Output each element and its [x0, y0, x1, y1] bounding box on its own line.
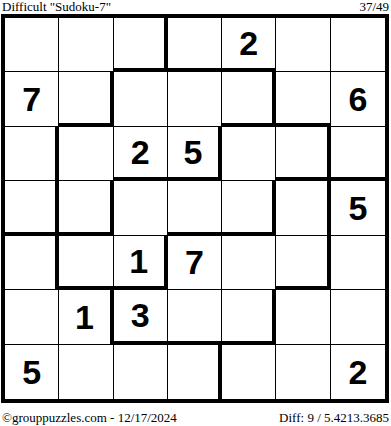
given-digit: 2: [131, 135, 150, 169]
cell-r3c6[interactable]: [276, 127, 330, 181]
cells-remaining-counter: 37/49: [359, 0, 389, 13]
cell-r3c3: 2: [114, 127, 168, 181]
copyright-text: ©grouppuzzles.com - 12/17/2024: [2, 410, 177, 425]
given-digit: 5: [184, 135, 203, 169]
cell-r2c4[interactable]: [168, 72, 222, 126]
cell-r1c3[interactable]: [114, 18, 168, 72]
cell-r2c6[interactable]: [276, 72, 330, 126]
cell-r5c4: 7: [168, 236, 222, 290]
cell-r6c6[interactable]: [276, 290, 330, 344]
cell-r7c1: 5: [5, 345, 59, 399]
cell-r2c5[interactable]: [222, 72, 276, 126]
cell-r3c2[interactable]: [59, 127, 113, 181]
cell-r1c7[interactable]: [331, 18, 385, 72]
puzzle-page: Difficult "Sudoku-7" 37/49 276255171352 …: [0, 0, 391, 426]
cell-r4c7: 5: [331, 181, 385, 235]
given-digit: 5: [22, 355, 41, 389]
given-digit: 1: [129, 244, 148, 278]
cell-r7c5[interactable]: [222, 345, 276, 399]
cell-r3c7[interactable]: [331, 127, 385, 181]
cell-r6c3: 3: [114, 290, 168, 344]
cell-r4c5[interactable]: [222, 181, 276, 235]
cell-r1c5: 2: [222, 18, 276, 72]
cell-r7c4[interactable]: [168, 345, 222, 399]
given-digit: 1: [75, 300, 94, 334]
cell-r1c4[interactable]: [168, 18, 222, 72]
cell-r4c3[interactable]: [114, 181, 168, 235]
given-digit: 3: [131, 298, 150, 332]
difficulty-text: Diff: 9 / 5.4213.3685: [279, 410, 389, 425]
given-digit: 2: [348, 355, 367, 389]
cell-r7c2[interactable]: [59, 345, 113, 399]
cell-r6c4[interactable]: [168, 290, 222, 344]
cell-r6c1[interactable]: [5, 290, 59, 344]
given-digit: 2: [239, 26, 258, 60]
cell-r4c6[interactable]: [276, 181, 330, 235]
given-digit: 6: [348, 82, 367, 116]
cell-r7c7: 2: [331, 345, 385, 399]
cell-r7c3[interactable]: [114, 345, 168, 399]
cell-r7c6[interactable]: [276, 345, 330, 399]
cell-r3c1[interactable]: [5, 127, 59, 181]
given-digit: 5: [348, 191, 367, 225]
cell-r3c5[interactable]: [222, 127, 276, 181]
cell-r3c4: 5: [168, 127, 222, 181]
cell-r5c2[interactable]: [59, 236, 113, 290]
cell-r5c5[interactable]: [222, 236, 276, 290]
cell-r2c1: 7: [5, 72, 59, 126]
cell-r1c1[interactable]: [5, 18, 59, 72]
cell-r5c6[interactable]: [276, 236, 330, 290]
sudoku-grid: 276255171352: [1, 14, 389, 403]
cell-r4c4[interactable]: [168, 181, 222, 235]
cell-r6c7[interactable]: [331, 290, 385, 344]
footer: ©grouppuzzles.com - 12/17/2024 Diff: 9 /…: [2, 410, 389, 425]
given-digit: 7: [22, 82, 41, 116]
cell-r2c7: 6: [331, 72, 385, 126]
header: Difficult "Sudoku-7" 37/49: [2, 0, 389, 13]
cell-r4c2[interactable]: [59, 181, 113, 235]
cell-r1c6[interactable]: [276, 18, 330, 72]
cell-r6c5[interactable]: [222, 290, 276, 344]
given-digit: 7: [185, 245, 204, 279]
cell-r2c2[interactable]: [59, 72, 113, 126]
cell-r1c2[interactable]: [59, 18, 113, 72]
cell-r6c2: 1: [59, 290, 113, 344]
page-title: Difficult "Sudoku-7": [2, 0, 111, 13]
cell-r5c3: 1: [114, 236, 168, 290]
cell-r5c7[interactable]: [331, 236, 385, 290]
cell-r5c1[interactable]: [5, 236, 59, 290]
cell-r4c1[interactable]: [5, 181, 59, 235]
cell-r2c3[interactable]: [114, 72, 168, 126]
